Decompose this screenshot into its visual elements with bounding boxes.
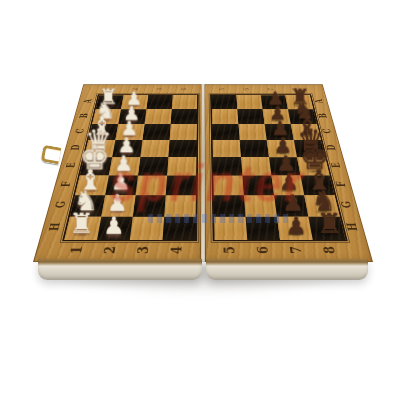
- file-label-h: H: [334, 219, 370, 235]
- square-b5: [212, 109, 238, 124]
- square-g6: [244, 195, 277, 216]
- board-right-half: ABCDEFGH 5678 5678 ♟♜♟♞♟♝♟♛♟♚♟♝♟♞♟♜: [204, 84, 373, 262]
- file-label-g: G: [43, 197, 78, 212]
- rank-label-back-8: 8: [284, 83, 305, 96]
- square-h3: [130, 217, 164, 240]
- square-g4: [164, 195, 196, 216]
- square-h7: ♟: [277, 217, 313, 240]
- square-e4: [167, 157, 196, 175]
- square-c5: [212, 124, 239, 140]
- file-label-e: E: [320, 159, 352, 172]
- square-g3: [133, 195, 166, 216]
- chess-board: ABCDEFGH 1234 1234 ♜♟♞♟♝♟♛♟♚♟♝♟♞♟♜♟ ABCD…: [33, 84, 373, 262]
- square-d6: [240, 140, 269, 157]
- square-b4: [171, 109, 197, 124]
- square-d3: [140, 140, 169, 157]
- square-h5: [214, 217, 247, 240]
- square-c3: [142, 124, 170, 140]
- square-a6: [236, 95, 262, 109]
- file-label-c: C: [65, 125, 95, 136]
- file-label-d: D: [60, 142, 91, 154]
- rank-label-back-7: 7: [260, 83, 281, 96]
- square-f4: [166, 176, 196, 196]
- chess-set-product-photo: ABCDEFGH 1234 1234 ♜♟♞♟♝♟♛♟♚♟♝♟♞♟♜♟ ABCD…: [0, 0, 400, 400]
- board-left-half: ABCDEFGH 1234 1234 ♜♟♞♟♝♟♛♟♚♟♝♟♞♟♜♟: [33, 84, 202, 262]
- rank-label-back-6: 6: [237, 83, 257, 96]
- square-h6: [246, 217, 281, 240]
- rank-label-back-1: 1: [100, 83, 121, 96]
- piece-black-pawn: ♟: [285, 214, 307, 238]
- piece-white-pawn: ♟: [103, 214, 125, 238]
- piece-white-rook: ♜: [69, 210, 94, 238]
- file-label-h: H: [36, 219, 72, 235]
- square-d4: [168, 140, 196, 157]
- file-label-a: A: [305, 96, 332, 106]
- rank-labels-back-right: 5678: [210, 84, 308, 94]
- file-label-g: G: [329, 197, 364, 212]
- square-e6: [241, 157, 272, 175]
- square-e3: [138, 157, 168, 175]
- file-label-f: F: [49, 177, 82, 191]
- square-f6: [242, 176, 274, 196]
- rank-label-back-5: 5: [213, 83, 232, 96]
- board-front-face-right: [206, 259, 368, 280]
- rank-label-back-2: 2: [125, 83, 146, 96]
- square-g5: [214, 195, 246, 216]
- file-label-f: F: [324, 177, 357, 191]
- square-c6: [238, 124, 266, 140]
- square-b6: [237, 109, 264, 124]
- square-f3: [135, 176, 167, 196]
- square-f5: [213, 176, 244, 196]
- square-a3: [146, 95, 172, 109]
- file-label-e: E: [54, 159, 86, 172]
- rank-label-back-3: 3: [149, 83, 169, 96]
- square-d5: [213, 140, 241, 157]
- file-label-c: C: [312, 125, 342, 136]
- file-label-a: A: [73, 96, 100, 106]
- file-label-b: B: [69, 110, 97, 120]
- file-label-d: D: [316, 142, 347, 154]
- square-b3: [144, 109, 171, 124]
- square-c4: [170, 124, 197, 140]
- square-h4: [163, 217, 196, 240]
- board-scene: ABCDEFGH 1234 1234 ♜♟♞♟♝♟♛♟♚♟♝♟♞♟♜♟ ABCD…: [32, 70, 374, 262]
- rank-labels-back-left: 1234: [98, 84, 196, 94]
- brass-clasp-icon: [41, 145, 62, 165]
- file-label-b: B: [308, 110, 336, 120]
- rank-label-back-4: 4: [174, 83, 193, 96]
- square-a4: [172, 95, 198, 109]
- square-a5: [212, 95, 238, 109]
- square-h2: ♟: [97, 217, 133, 240]
- board-front-face-left: [38, 259, 202, 280]
- square-e5: [213, 157, 242, 175]
